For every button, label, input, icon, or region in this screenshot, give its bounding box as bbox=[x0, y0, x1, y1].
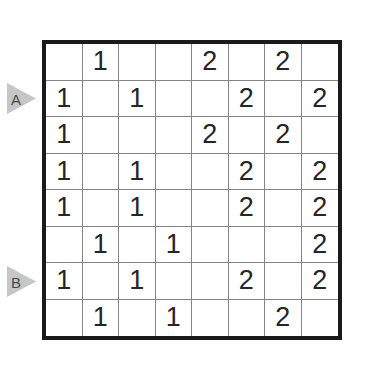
clue-number: 2 bbox=[239, 158, 254, 185]
clue-number: 2 bbox=[239, 194, 254, 221]
grid-cell[interactable] bbox=[46, 300, 83, 337]
clue-number: 1 bbox=[166, 304, 181, 331]
grid-cell[interactable] bbox=[265, 154, 302, 191]
clue-number: 2 bbox=[275, 48, 290, 75]
grid-cell[interactable]: 2 bbox=[302, 263, 339, 300]
clue-number: 2 bbox=[202, 48, 217, 75]
grid-cell[interactable]: 1 bbox=[83, 300, 120, 337]
clue-number: 2 bbox=[239, 267, 254, 294]
clue-number: 1 bbox=[56, 85, 71, 112]
grid-cell[interactable] bbox=[156, 154, 193, 191]
clue-number: 2 bbox=[312, 194, 327, 221]
grid-cell[interactable] bbox=[119, 227, 156, 264]
grid-cell[interactable]: 2 bbox=[229, 190, 266, 227]
clue-number: 2 bbox=[312, 231, 327, 258]
grid-cell[interactable] bbox=[302, 117, 339, 154]
grid-cell[interactable]: 2 bbox=[302, 81, 339, 118]
grid-cell[interactable] bbox=[156, 263, 193, 300]
grid-cell[interactable] bbox=[229, 44, 266, 81]
grid-cell[interactable] bbox=[119, 44, 156, 81]
grid-cell[interactable] bbox=[46, 227, 83, 264]
puzzle-page: A B 1221122122112211221121122112 bbox=[0, 0, 378, 377]
clue-number: 1 bbox=[129, 85, 144, 112]
grid-cell[interactable]: 2 bbox=[229, 154, 266, 191]
grid-cell[interactable] bbox=[83, 154, 120, 191]
clue-number: 1 bbox=[93, 304, 108, 331]
grid-cell[interactable] bbox=[83, 263, 120, 300]
grid-cell[interactable] bbox=[192, 81, 229, 118]
grid-cell[interactable] bbox=[83, 190, 120, 227]
clue-number: 2 bbox=[312, 267, 327, 294]
clue-number: 1 bbox=[129, 158, 144, 185]
row-marker-label: B bbox=[11, 273, 21, 290]
grid-cell[interactable]: 1 bbox=[156, 300, 193, 337]
clue-number: 2 bbox=[202, 121, 217, 148]
clue-number: 2 bbox=[312, 158, 327, 185]
clue-number: 2 bbox=[239, 85, 254, 112]
grid-cell[interactable]: 2 bbox=[302, 190, 339, 227]
grid-cell[interactable]: 2 bbox=[302, 154, 339, 191]
grid-cell[interactable]: 1 bbox=[46, 81, 83, 118]
grid-cell[interactable]: 1 bbox=[46, 263, 83, 300]
grid-cell[interactable] bbox=[83, 81, 120, 118]
clue-number: 1 bbox=[129, 194, 144, 221]
grid-cell[interactable] bbox=[192, 263, 229, 300]
grid-cell[interactable] bbox=[265, 263, 302, 300]
clue-number: 1 bbox=[93, 48, 108, 75]
grid-cell[interactable] bbox=[156, 44, 193, 81]
clue-number: 2 bbox=[275, 304, 290, 331]
grid-cell[interactable]: 1 bbox=[46, 154, 83, 191]
grid-cell[interactable]: 2 bbox=[192, 44, 229, 81]
row-marker-B: B bbox=[7, 266, 36, 297]
clue-number: 1 bbox=[56, 267, 71, 294]
grid-cell[interactable]: 1 bbox=[46, 117, 83, 154]
grid-cell[interactable] bbox=[46, 44, 83, 81]
grid-cell[interactable] bbox=[156, 81, 193, 118]
grid-cell[interactable]: 2 bbox=[229, 263, 266, 300]
grid-cell[interactable] bbox=[229, 227, 266, 264]
grid-cell[interactable]: 1 bbox=[83, 227, 120, 264]
clue-number: 1 bbox=[129, 267, 144, 294]
grid-cell[interactable] bbox=[192, 190, 229, 227]
grid-cell[interactable] bbox=[192, 227, 229, 264]
grid-cell[interactable]: 1 bbox=[83, 44, 120, 81]
grid-cell[interactable]: 2 bbox=[265, 300, 302, 337]
grid-cell[interactable]: 1 bbox=[119, 81, 156, 118]
row-marker-label: A bbox=[11, 90, 21, 107]
grid-cell[interactable] bbox=[302, 44, 339, 81]
grid-cell[interactable] bbox=[192, 154, 229, 191]
grid-cell[interactable] bbox=[119, 300, 156, 337]
grid-cell[interactable] bbox=[265, 190, 302, 227]
grid-cell[interactable]: 1 bbox=[46, 190, 83, 227]
clue-number: 2 bbox=[275, 121, 290, 148]
grid-cell[interactable] bbox=[156, 117, 193, 154]
clue-number: 1 bbox=[166, 231, 181, 258]
grid-cell[interactable]: 1 bbox=[119, 263, 156, 300]
grid-cell[interactable] bbox=[229, 117, 266, 154]
grid-cell[interactable]: 2 bbox=[192, 117, 229, 154]
grid-cell[interactable]: 1 bbox=[119, 154, 156, 191]
grid-cell[interactable] bbox=[265, 227, 302, 264]
clue-number: 1 bbox=[56, 121, 71, 148]
grid-cell[interactable] bbox=[83, 117, 120, 154]
clue-number: 1 bbox=[56, 158, 71, 185]
clue-number: 1 bbox=[93, 231, 108, 258]
grid-cell[interactable]: 2 bbox=[265, 117, 302, 154]
row-marker-A: A bbox=[7, 83, 36, 114]
grid-cell[interactable]: 2 bbox=[229, 81, 266, 118]
grid-cell[interactable]: 2 bbox=[302, 227, 339, 264]
puzzle-board: 1221122122112211221121122112 bbox=[42, 40, 342, 340]
grid-cell[interactable] bbox=[302, 300, 339, 337]
grid-cell[interactable]: 2 bbox=[265, 44, 302, 81]
grid-cell[interactable]: 1 bbox=[156, 227, 193, 264]
grid-cell[interactable]: 1 bbox=[119, 190, 156, 227]
clue-number: 1 bbox=[56, 194, 71, 221]
grid-cell[interactable] bbox=[229, 300, 266, 337]
grid-cell[interactable] bbox=[192, 300, 229, 337]
grid-cell[interactable] bbox=[265, 81, 302, 118]
clue-number: 2 bbox=[312, 85, 327, 112]
grid-cell[interactable] bbox=[156, 190, 193, 227]
grid-cell[interactable] bbox=[119, 117, 156, 154]
